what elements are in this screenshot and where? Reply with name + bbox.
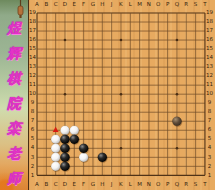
row-labels-right: 19181716151413121110987654321 <box>205 9 214 180</box>
go-board-grid[interactable] <box>28 0 215 190</box>
star-point <box>120 147 123 150</box>
row-label: 17 <box>29 27 37 36</box>
row-label: 12 <box>205 72 214 81</box>
row-label: 19 <box>29 9 37 18</box>
column-label: T <box>200 1 209 8</box>
brown-ghost-stone <box>172 117 181 126</box>
row-label: 9 <box>205 99 214 108</box>
black-stone <box>60 162 69 171</box>
column-label: G <box>88 1 97 8</box>
column-label: O <box>154 1 163 8</box>
row-label: 14 <box>205 54 214 63</box>
row-label: 1 <box>205 171 214 180</box>
star-point <box>64 39 67 42</box>
black-stone <box>60 135 69 144</box>
row-label: 18 <box>205 18 214 27</box>
column-labels-bottom: ABCDEFGHJKLMNOPQRST <box>32 181 209 188</box>
column-label: D <box>60 181 69 188</box>
row-label: 2 <box>205 162 214 171</box>
row-label: 18 <box>29 18 37 27</box>
black-stone <box>79 144 88 153</box>
go-board[interactable]: ABCDEFGHJKLMNOPQRST ABCDEFGHJKLMNOPQRST … <box>28 0 215 190</box>
column-label: A <box>32 1 41 8</box>
academy-title-char: 院 <box>7 92 21 117</box>
white-stone <box>79 153 88 162</box>
column-label: C <box>51 181 60 188</box>
row-label: 10 <box>205 90 214 99</box>
column-label: G <box>88 181 97 188</box>
column-label: N <box>144 181 153 188</box>
column-label: B <box>42 181 51 188</box>
row-label: 6 <box>205 126 214 135</box>
row-label: 16 <box>29 36 37 45</box>
triangle-marker <box>53 127 59 132</box>
star-point <box>120 93 123 96</box>
column-label: S <box>191 1 200 8</box>
academy-title-char: 煜 <box>7 17 21 42</box>
sidebar: 煜辉棋院栾老师 <box>0 0 28 190</box>
row-label: 9 <box>29 99 37 108</box>
star-point <box>176 147 179 150</box>
column-label: M <box>135 181 144 188</box>
row-label: 14 <box>29 54 37 63</box>
column-label: R <box>182 1 191 8</box>
column-label: L <box>126 1 135 8</box>
column-label: Q <box>172 181 181 188</box>
column-label: J <box>107 181 116 188</box>
star-point <box>176 39 179 42</box>
academy-title-char: 栾 <box>7 117 21 142</box>
row-label: 4 <box>205 144 214 153</box>
row-label: 10 <box>29 90 37 99</box>
column-label: N <box>144 1 153 8</box>
star-point <box>120 39 123 42</box>
row-label: 8 <box>205 108 214 117</box>
column-label: H <box>98 1 107 8</box>
column-label: P <box>163 1 172 8</box>
star-point <box>64 93 67 96</box>
black-stone <box>70 135 79 144</box>
column-label: B <box>42 1 51 8</box>
row-label: 13 <box>205 63 214 72</box>
column-label: F <box>79 1 88 8</box>
academy-title-char: 辉 <box>7 42 21 67</box>
black-stone <box>60 144 69 153</box>
column-label: D <box>60 1 69 8</box>
column-label: Q <box>172 1 181 8</box>
column-label: K <box>116 181 125 188</box>
white-stone <box>51 135 60 144</box>
row-label: 5 <box>205 135 214 144</box>
column-label: E <box>70 1 79 8</box>
column-label: K <box>116 1 125 8</box>
scroll-tassel-icon <box>16 0 25 20</box>
white-stone <box>60 126 69 135</box>
column-label: P <box>163 181 172 188</box>
column-label: O <box>154 181 163 188</box>
column-label: E <box>70 181 79 188</box>
row-label: 19 <box>205 9 214 18</box>
row-label: 12 <box>29 72 37 81</box>
go-app-screen: 煜辉棋院栾老师 ABCDEFGHJKLMNOPQRST ABCDEFGHJKLM… <box>0 0 215 190</box>
row-label: 8 <box>29 108 37 117</box>
row-label: 6 <box>29 126 37 135</box>
column-label: T <box>200 181 209 188</box>
white-stone <box>51 162 60 171</box>
white-stone <box>51 144 60 153</box>
row-label: 13 <box>29 63 37 72</box>
row-labels-left: 19181716151413121110987654321 <box>29 9 37 180</box>
academy-title-char: 老 <box>7 142 21 167</box>
column-label: S <box>191 181 200 188</box>
white-stone <box>51 153 60 162</box>
row-label: 4 <box>29 144 37 153</box>
row-label: 15 <box>29 45 37 54</box>
row-label: 3 <box>205 153 214 162</box>
row-label: 5 <box>29 135 37 144</box>
column-label: M <box>135 1 144 8</box>
column-label: J <box>107 1 116 8</box>
black-stone <box>60 153 69 162</box>
row-label: 1 <box>29 171 37 180</box>
row-label: 17 <box>205 27 214 36</box>
row-label: 11 <box>205 81 214 90</box>
column-label: F <box>79 181 88 188</box>
black-stone <box>98 153 107 162</box>
white-stone <box>70 126 79 135</box>
academy-title-char: 棋 <box>7 67 21 92</box>
row-label: 7 <box>29 117 37 126</box>
row-label: 2 <box>29 162 37 171</box>
column-label: A <box>32 181 41 188</box>
row-label: 15 <box>205 45 214 54</box>
row-label: 11 <box>29 81 37 90</box>
row-label: 3 <box>29 153 37 162</box>
column-label: R <box>182 181 191 188</box>
row-label: 7 <box>205 117 214 126</box>
column-label: H <box>98 181 107 188</box>
academy-title: 煜辉棋院栾老师 <box>1 17 27 190</box>
column-labels-top: ABCDEFGHJKLMNOPQRST <box>32 1 209 8</box>
academy-title-char: 师 <box>7 167 21 190</box>
column-label: L <box>126 181 135 188</box>
column-label: C <box>51 1 60 8</box>
row-label: 16 <box>205 36 214 45</box>
star-point <box>176 93 179 96</box>
